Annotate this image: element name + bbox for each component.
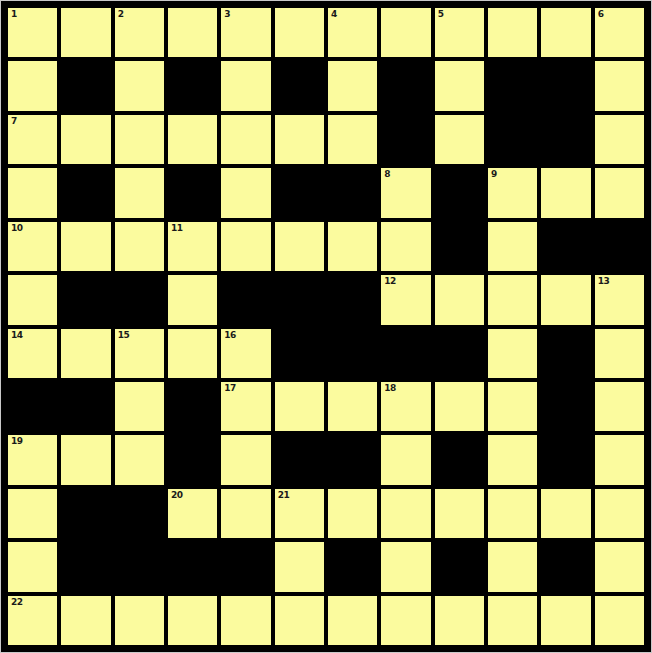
cell-open-r9c10[interactable] [541, 489, 590, 538]
cell-open-r0c6[interactable]: 4 [328, 8, 377, 57]
cell-block-r10c2 [115, 542, 164, 591]
cell-open-r1c4[interactable] [221, 61, 270, 110]
cell-open-r11c2[interactable] [115, 596, 164, 645]
cell-open-r11c11[interactable] [595, 596, 644, 645]
cell-open-r0c5[interactable] [275, 8, 324, 57]
cell-open-r1c6[interactable] [328, 61, 377, 110]
cell-open-r7c8[interactable] [435, 382, 484, 431]
cell-block-r9c1 [61, 489, 110, 538]
cell-block-r7c10 [541, 382, 590, 431]
cell-open-r3c2[interactable] [115, 168, 164, 217]
clue-number-18: 18 [384, 383, 396, 393]
cell-block-r8c6 [328, 435, 377, 484]
cell-block-r7c1 [61, 382, 110, 431]
clue-number-14: 14 [11, 330, 23, 340]
cell-open-r1c8[interactable] [435, 61, 484, 110]
cell-open-r8c7[interactable] [381, 435, 430, 484]
cell-open-r11c7[interactable] [381, 596, 430, 645]
cell-open-r11c6[interactable] [328, 596, 377, 645]
cell-block-r8c3 [168, 435, 217, 484]
cell-open-r4c4[interactable] [221, 222, 270, 271]
cell-open-r8c1[interactable] [61, 435, 110, 484]
cell-block-r8c5 [275, 435, 324, 484]
cell-open-r0c2[interactable]: 2 [115, 8, 164, 57]
clue-number-17: 17 [224, 383, 236, 393]
cell-open-r10c5[interactable] [275, 542, 324, 591]
cell-open-r11c5[interactable] [275, 596, 324, 645]
crossword-grid: 12345678910111213141516171819202122 [8, 8, 644, 645]
cell-open-r5c9[interactable] [488, 275, 537, 324]
cell-block-r2c7 [381, 115, 430, 164]
cell-open-r2c2[interactable] [115, 115, 164, 164]
cell-open-r4c7[interactable] [381, 222, 430, 271]
clue-number-15: 15 [118, 330, 130, 340]
cell-open-r11c4[interactable] [221, 596, 270, 645]
cell-open-r0c1[interactable] [61, 8, 110, 57]
cell-open-r6c9[interactable] [488, 329, 537, 378]
cell-block-r3c1 [61, 168, 110, 217]
cell-block-r1c3 [168, 61, 217, 110]
clue-number-13: 13 [598, 276, 610, 286]
cell-block-r1c10 [541, 61, 590, 110]
cell-open-r9c0[interactable] [8, 489, 57, 538]
cell-open-r0c10[interactable] [541, 8, 590, 57]
cell-open-r4c9[interactable] [488, 222, 537, 271]
cell-open-r5c10[interactable] [541, 275, 590, 324]
cell-open-r7c7[interactable]: 18 [381, 382, 430, 431]
cell-open-r4c3[interactable]: 11 [168, 222, 217, 271]
cell-block-r4c8 [435, 222, 484, 271]
cell-open-r9c11[interactable] [595, 489, 644, 538]
cell-block-r5c4 [221, 275, 270, 324]
cell-block-r7c0 [8, 382, 57, 431]
cell-open-r10c9[interactable] [488, 542, 537, 591]
cell-block-r2c10 [541, 115, 590, 164]
cell-block-r6c6 [328, 329, 377, 378]
clue-number-10: 10 [11, 223, 23, 233]
cell-block-r10c8 [435, 542, 484, 591]
clue-number-6: 6 [598, 9, 604, 19]
cell-open-r10c0[interactable] [8, 542, 57, 591]
clue-number-19: 19 [11, 436, 23, 446]
cell-open-r7c9[interactable] [488, 382, 537, 431]
clue-number-9: 9 [491, 169, 497, 179]
cell-block-r5c2 [115, 275, 164, 324]
clue-number-16: 16 [224, 330, 236, 340]
cell-open-r0c8[interactable]: 5 [435, 8, 484, 57]
cell-block-r10c3 [168, 542, 217, 591]
clue-number-8: 8 [384, 169, 390, 179]
cell-open-r4c5[interactable] [275, 222, 324, 271]
cell-open-r0c9[interactable] [488, 8, 537, 57]
cell-open-r11c10[interactable] [541, 596, 590, 645]
cell-block-r6c7 [381, 329, 430, 378]
clue-number-22: 22 [11, 597, 23, 607]
cell-block-r10c4 [221, 542, 270, 591]
cell-open-r2c5[interactable] [275, 115, 324, 164]
cell-open-r9c7[interactable] [381, 489, 430, 538]
cell-block-r1c7 [381, 61, 430, 110]
cell-open-r9c4[interactable] [221, 489, 270, 538]
cell-open-r1c2[interactable] [115, 61, 164, 110]
clue-number-4: 4 [331, 9, 337, 19]
cell-open-r3c0[interactable] [8, 168, 57, 217]
cell-open-r8c2[interactable] [115, 435, 164, 484]
cell-block-r6c8 [435, 329, 484, 378]
cell-open-r7c6[interactable] [328, 382, 377, 431]
cell-open-r2c6[interactable] [328, 115, 377, 164]
cell-open-r5c0[interactable] [8, 275, 57, 324]
cell-open-r2c3[interactable] [168, 115, 217, 164]
cell-open-r1c0[interactable] [8, 61, 57, 110]
cell-open-r0c3[interactable] [168, 8, 217, 57]
cell-open-r7c4[interactable]: 17 [221, 382, 270, 431]
cell-open-r9c3[interactable]: 20 [168, 489, 217, 538]
clue-number-21: 21 [278, 490, 290, 500]
cell-open-r7c11[interactable] [595, 382, 644, 431]
cell-open-r8c9[interactable] [488, 435, 537, 484]
cell-open-r6c2[interactable]: 15 [115, 329, 164, 378]
cell-open-r4c2[interactable] [115, 222, 164, 271]
cell-open-r11c3[interactable] [168, 596, 217, 645]
clue-number-3: 3 [224, 9, 230, 19]
cell-open-r1c11[interactable] [595, 61, 644, 110]
cell-block-r2c9 [488, 115, 537, 164]
clue-number-1: 1 [11, 9, 17, 19]
cell-open-r6c0[interactable]: 14 [8, 329, 57, 378]
cell-open-r2c1[interactable] [61, 115, 110, 164]
cell-block-r8c8 [435, 435, 484, 484]
cell-open-r5c3[interactable] [168, 275, 217, 324]
cell-block-r5c1 [61, 275, 110, 324]
cell-open-r9c6[interactable] [328, 489, 377, 538]
cell-open-r6c4[interactable]: 16 [221, 329, 270, 378]
cell-open-r3c7[interactable]: 8 [381, 168, 430, 217]
cell-open-r11c8[interactable] [435, 596, 484, 645]
cell-open-r10c11[interactable] [595, 542, 644, 591]
cell-block-r3c3 [168, 168, 217, 217]
cell-open-r4c0[interactable]: 10 [8, 222, 57, 271]
cell-open-r2c8[interactable] [435, 115, 484, 164]
cell-block-r10c1 [61, 542, 110, 591]
cell-open-r0c11[interactable]: 6 [595, 8, 644, 57]
cell-block-r4c11 [595, 222, 644, 271]
cell-open-r2c4[interactable] [221, 115, 270, 164]
clue-number-12: 12 [384, 276, 396, 286]
cell-open-r5c7[interactable]: 12 [381, 275, 430, 324]
cell-block-r3c8 [435, 168, 484, 217]
cell-open-r9c5[interactable]: 21 [275, 489, 324, 538]
cell-open-r3c9[interactable]: 9 [488, 168, 537, 217]
cell-block-r5c6 [328, 275, 377, 324]
cell-block-r3c6 [328, 168, 377, 217]
cell-open-r4c6[interactable] [328, 222, 377, 271]
cell-block-r1c1 [61, 61, 110, 110]
crossword-board: 12345678910111213141516171819202122 [0, 0, 652, 653]
cell-open-r2c11[interactable] [595, 115, 644, 164]
cell-open-r9c9[interactable] [488, 489, 537, 538]
cell-open-r10c7[interactable] [381, 542, 430, 591]
cell-block-r3c5 [275, 168, 324, 217]
cell-open-r5c8[interactable] [435, 275, 484, 324]
cell-block-r6c10 [541, 329, 590, 378]
cell-open-r8c4[interactable] [221, 435, 270, 484]
cell-open-r0c4[interactable]: 3 [221, 8, 270, 57]
cell-block-r4c10 [541, 222, 590, 271]
cell-block-r8c10 [541, 435, 590, 484]
cell-open-r0c0[interactable]: 1 [8, 8, 57, 57]
cell-block-r10c6 [328, 542, 377, 591]
cell-open-r11c9[interactable] [488, 596, 537, 645]
cell-open-r8c0[interactable]: 19 [8, 435, 57, 484]
cell-open-r7c2[interactable] [115, 382, 164, 431]
cell-open-r6c3[interactable] [168, 329, 217, 378]
cell-block-r6c5 [275, 329, 324, 378]
clue-number-7: 7 [11, 116, 17, 126]
clue-number-20: 20 [171, 490, 183, 500]
clue-number-2: 2 [118, 9, 124, 19]
cell-open-r2c0[interactable]: 7 [8, 115, 57, 164]
cell-open-r4c1[interactable] [61, 222, 110, 271]
clue-number-5: 5 [438, 9, 444, 19]
cell-open-r3c11[interactable] [595, 168, 644, 217]
cell-open-r3c10[interactable] [541, 168, 590, 217]
cell-open-r9c8[interactable] [435, 489, 484, 538]
clue-number-11: 11 [171, 223, 183, 233]
cell-open-r11c0[interactable]: 22 [8, 596, 57, 645]
cell-block-r9c2 [115, 489, 164, 538]
cell-open-r5c11[interactable]: 13 [595, 275, 644, 324]
cell-open-r11c1[interactable] [61, 596, 110, 645]
cell-block-r10c10 [541, 542, 590, 591]
cell-block-r1c5 [275, 61, 324, 110]
cell-open-r7c5[interactable] [275, 382, 324, 431]
cell-open-r6c11[interactable] [595, 329, 644, 378]
cell-open-r3c4[interactable] [221, 168, 270, 217]
cell-block-r1c9 [488, 61, 537, 110]
cell-open-r6c1[interactable] [61, 329, 110, 378]
cell-open-r8c11[interactable] [595, 435, 644, 484]
cell-open-r0c7[interactable] [381, 8, 430, 57]
cell-block-r7c3 [168, 382, 217, 431]
cell-block-r5c5 [275, 275, 324, 324]
